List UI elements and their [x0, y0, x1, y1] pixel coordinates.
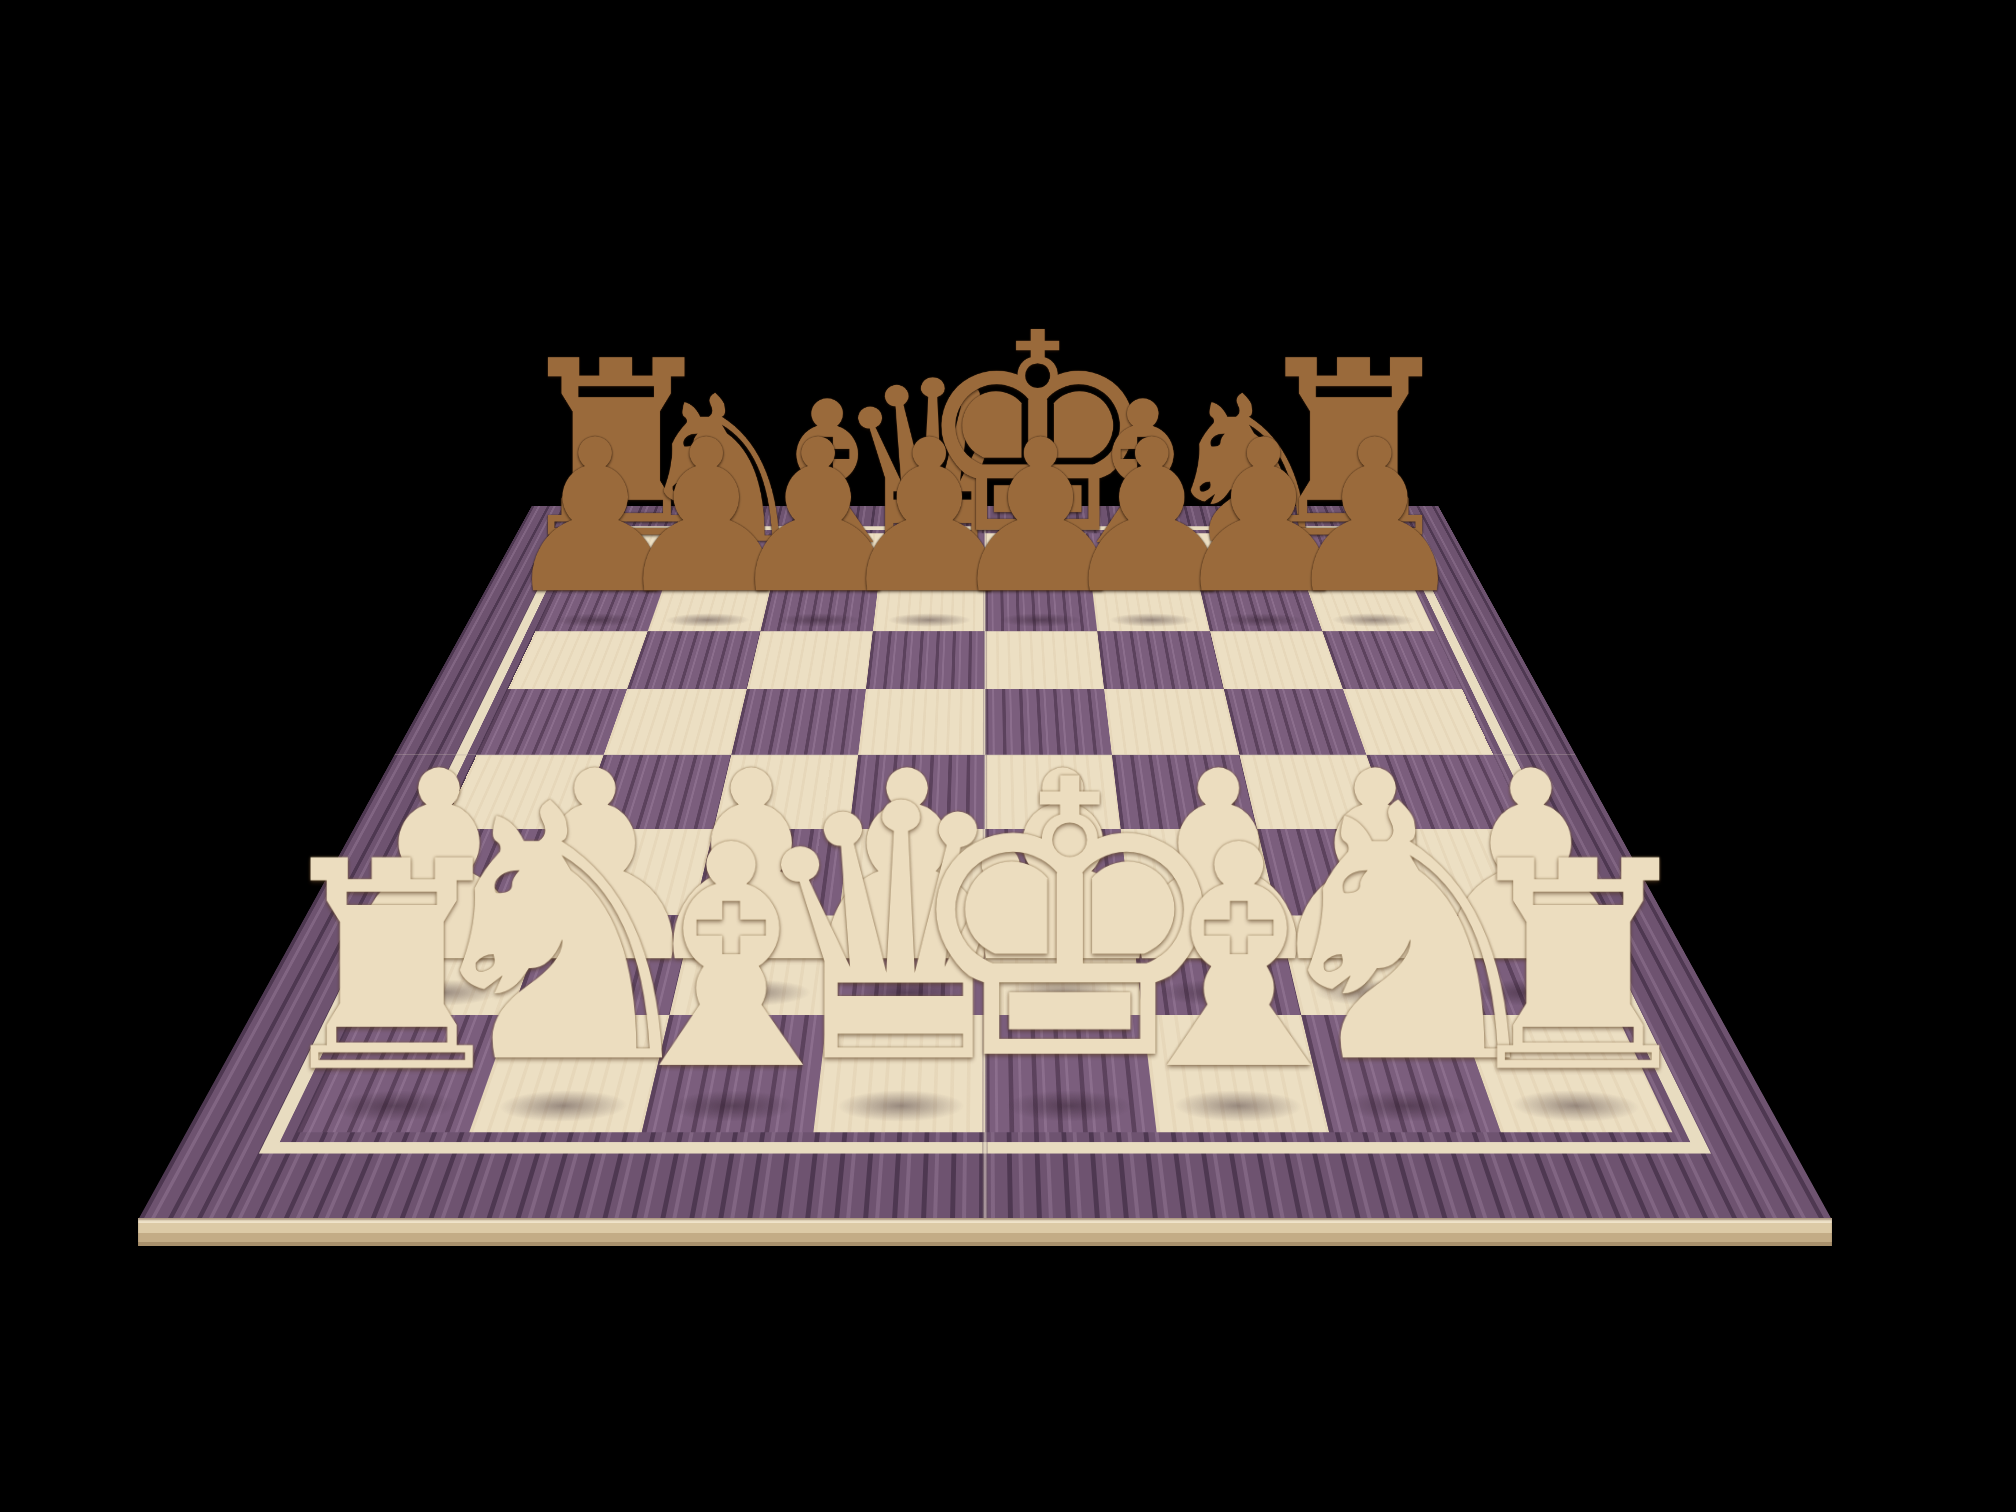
photo-background: ♜♞♝♛♚♝♞♜♟♟♟♟♟♟♟♟♟♟♟♟♟♟♟♟♜♞♝♛♚♝♞♜	[0, 0, 2016, 1512]
square-h7: ♟	[1304, 580, 1435, 632]
square-g6	[1210, 631, 1343, 689]
board-edge-side	[138, 1218, 1832, 1246]
square-c6	[746, 631, 872, 689]
square-b6	[627, 631, 760, 689]
chessboard-scene: ♜♞♝♛♚♝♞♜♟♟♟♟♟♟♟♟♟♟♟♟♟♟♟♟♜♞♝♛♚♝♞♜	[0, 0, 2016, 1512]
piece-white-rook: ♜	[1449, 824, 1707, 1112]
square-e6	[985, 631, 1104, 689]
square-f6	[1097, 631, 1223, 689]
chess-board: ♜♞♝♛♚♝♞♜♟♟♟♟♟♟♟♟♟♟♟♟♟♟♟♟♜♞♝♛♚♝♞♜	[138, 506, 1832, 1220]
piece-black-pawn: ♟	[1280, 412, 1469, 623]
square-d6	[866, 631, 985, 689]
